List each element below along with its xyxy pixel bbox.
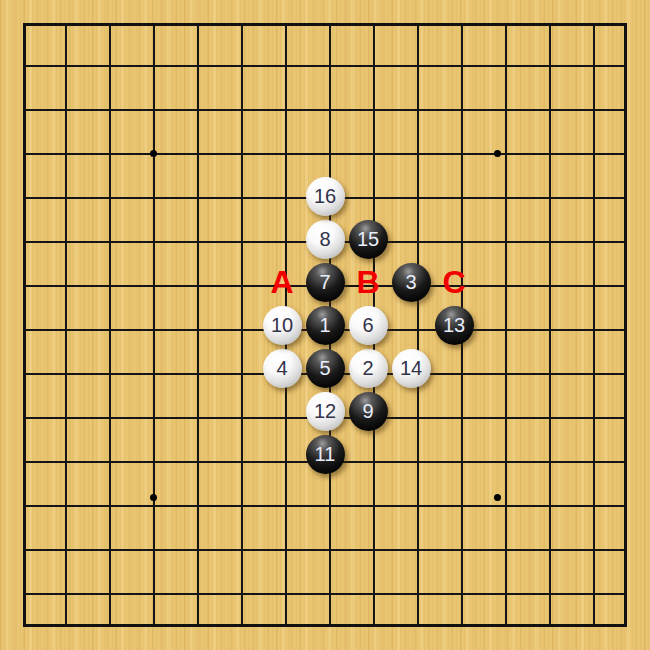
stone-11-black: 11 <box>306 435 345 474</box>
gomoku-board-screen: { "game": "gomoku (five-in-a-row) on a 1… <box>0 0 650 650</box>
choice-label-B[interactable]: B <box>356 266 379 298</box>
stone-8-white: 8 <box>306 220 345 259</box>
stone-3-black: 3 <box>392 263 431 302</box>
stone-9-black: 9 <box>349 392 388 431</box>
stone-12-white: 12 <box>306 392 345 431</box>
star-point <box>494 150 501 157</box>
stone-15-black: 15 <box>349 220 388 259</box>
stone-14-white: 14 <box>392 349 431 388</box>
stone-13-black: 13 <box>435 306 474 345</box>
stone-6-white: 6 <box>349 306 388 345</box>
choice-label-A[interactable]: A <box>270 266 293 298</box>
star-point <box>150 494 157 501</box>
stone-4-white: 4 <box>263 349 302 388</box>
stone-10-white: 10 <box>263 306 302 345</box>
star-point <box>150 150 157 157</box>
star-point <box>494 494 501 501</box>
stone-7-black: 7 <box>306 263 345 302</box>
stone-1-black: 1 <box>306 306 345 345</box>
stone-16-white: 16 <box>306 177 345 216</box>
stone-2-white: 2 <box>349 349 388 388</box>
board-surface[interactable]: 12345678910111213141516ABC <box>3 3 648 648</box>
stone-5-black: 5 <box>306 349 345 388</box>
choice-label-C[interactable]: C <box>442 266 465 298</box>
